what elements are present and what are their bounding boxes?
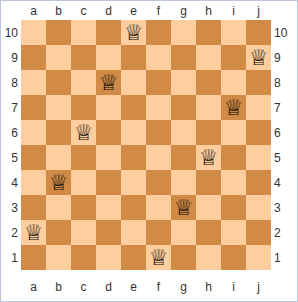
square-b2[interactable] xyxy=(46,220,71,245)
square-e2[interactable] xyxy=(121,220,146,245)
coord-label-bottom-j: j xyxy=(246,281,271,293)
square-e3[interactable] xyxy=(121,195,146,220)
square-d10[interactable] xyxy=(96,20,121,45)
coord-label-bottom-d: d xyxy=(96,281,121,293)
coord-label-top-b: b xyxy=(46,5,71,17)
coord-label-bottom-c: c xyxy=(71,281,96,293)
square-c5[interactable] xyxy=(71,145,96,170)
coord-label-bottom-e: e xyxy=(121,281,146,293)
square-f6[interactable] xyxy=(146,120,171,145)
coord-label-top-i: i xyxy=(221,5,246,17)
square-i3[interactable] xyxy=(221,195,246,220)
coord-label-left-2: 2 xyxy=(1,227,18,239)
square-d1[interactable] xyxy=(96,245,121,270)
square-g6[interactable] xyxy=(171,120,196,145)
coord-label-left-9: 9 xyxy=(1,52,18,64)
square-g2[interactable] xyxy=(171,220,196,245)
square-a10[interactable] xyxy=(21,20,46,45)
coord-label-left-3: 3 xyxy=(1,202,18,214)
square-h3[interactable] xyxy=(196,195,221,220)
square-b4[interactable]: ♕ xyxy=(46,170,71,195)
square-c10[interactable] xyxy=(71,20,96,45)
square-a5[interactable] xyxy=(21,145,46,170)
square-a8[interactable] xyxy=(21,70,46,95)
square-h1[interactable] xyxy=(196,245,221,270)
coord-label-bottom-f: f xyxy=(146,281,171,293)
square-g10[interactable] xyxy=(171,20,196,45)
white-queen[interactable]: ♕ xyxy=(74,120,94,145)
square-a4[interactable] xyxy=(21,170,46,195)
square-g5[interactable] xyxy=(171,145,196,170)
square-b7[interactable] xyxy=(46,95,71,120)
square-a7[interactable] xyxy=(21,95,46,120)
square-c1[interactable] xyxy=(71,245,96,270)
square-i5[interactable] xyxy=(221,145,246,170)
square-h4[interactable] xyxy=(196,170,221,195)
square-c8[interactable] xyxy=(71,70,96,95)
square-i9[interactable] xyxy=(221,45,246,70)
square-e7[interactable] xyxy=(121,95,146,120)
coord-label-right-8: 8 xyxy=(274,77,296,89)
coord-label-right-4: 4 xyxy=(274,177,296,189)
white-queen[interactable]: ♕ xyxy=(149,245,169,270)
square-g1[interactable] xyxy=(171,245,196,270)
coord-label-left-4: 4 xyxy=(1,177,18,189)
coord-label-top-d: d xyxy=(96,5,121,17)
square-j5[interactable] xyxy=(246,145,271,170)
square-i10[interactable] xyxy=(221,20,246,45)
square-e4[interactable] xyxy=(121,170,146,195)
square-f3[interactable] xyxy=(146,195,171,220)
coord-label-right-5: 5 xyxy=(274,152,296,164)
square-d6[interactable] xyxy=(96,120,121,145)
square-a6[interactable] xyxy=(21,120,46,145)
white-queen[interactable]: ♕ xyxy=(224,95,244,120)
square-g7[interactable] xyxy=(171,95,196,120)
coord-label-right-1: 1 xyxy=(274,252,296,264)
square-h7[interactable] xyxy=(196,95,221,120)
square-a3[interactable] xyxy=(21,195,46,220)
square-j10[interactable] xyxy=(246,20,271,45)
square-c9[interactable] xyxy=(71,45,96,70)
coord-label-top-a: a xyxy=(21,5,46,17)
square-e1[interactable] xyxy=(121,245,146,270)
square-a9[interactable] xyxy=(21,45,46,70)
square-g3[interactable]: ♕ xyxy=(171,195,196,220)
square-b6[interactable] xyxy=(46,120,71,145)
coord-label-top-e: e xyxy=(121,5,146,17)
coord-label-top-f: f xyxy=(146,5,171,17)
coord-label-left-8: 8 xyxy=(1,77,18,89)
square-d9[interactable] xyxy=(96,45,121,70)
square-h5[interactable]: ♕ xyxy=(196,145,221,170)
square-i4[interactable] xyxy=(221,170,246,195)
square-c4[interactable] xyxy=(71,170,96,195)
coord-label-left-6: 6 xyxy=(1,127,18,139)
white-queen[interactable]: ♕ xyxy=(199,145,219,170)
square-d3[interactable] xyxy=(96,195,121,220)
coord-label-bottom-g: g xyxy=(171,281,196,293)
square-j8[interactable] xyxy=(246,70,271,95)
square-b5[interactable] xyxy=(46,145,71,170)
square-g9[interactable] xyxy=(171,45,196,70)
square-d7[interactable] xyxy=(96,95,121,120)
coord-label-left-5: 5 xyxy=(1,152,18,164)
coord-label-right-9: 9 xyxy=(274,52,296,64)
square-b8[interactable] xyxy=(46,70,71,95)
square-d4[interactable] xyxy=(96,170,121,195)
square-b1[interactable] xyxy=(46,245,71,270)
square-h9[interactable] xyxy=(196,45,221,70)
square-d5[interactable] xyxy=(96,145,121,170)
chess-board-panel: ♕♕♕♕♕♕♕♕♕♕ aabbccddeeffgghhiijj101099887… xyxy=(0,0,298,302)
coord-label-bottom-i: i xyxy=(221,281,246,293)
white-queen[interactable]: ♕ xyxy=(174,195,194,220)
square-f2[interactable] xyxy=(146,220,171,245)
white-queen[interactable]: ♕ xyxy=(124,20,144,45)
square-b9[interactable] xyxy=(46,45,71,70)
coord-label-left-10: 10 xyxy=(1,27,18,39)
square-a2[interactable]: ♕ xyxy=(21,220,46,245)
square-j2[interactable] xyxy=(246,220,271,245)
square-j9[interactable]: ♕ xyxy=(246,45,271,70)
square-f1[interactable]: ♕ xyxy=(146,245,171,270)
white-queen[interactable]: ♕ xyxy=(99,70,119,95)
square-b10[interactable] xyxy=(46,20,71,45)
square-c6[interactable]: ♕ xyxy=(71,120,96,145)
coord-label-top-h: h xyxy=(196,5,221,17)
square-c7[interactable] xyxy=(71,95,96,120)
square-f10[interactable] xyxy=(146,20,171,45)
coord-label-right-2: 2 xyxy=(274,227,296,239)
square-c2[interactable] xyxy=(71,220,96,245)
square-e8[interactable] xyxy=(121,70,146,95)
square-j6[interactable] xyxy=(246,120,271,145)
white-queen[interactable]: ♕ xyxy=(249,45,269,70)
square-i2[interactable] xyxy=(221,220,246,245)
square-e5[interactable] xyxy=(121,145,146,170)
square-f4[interactable] xyxy=(146,170,171,195)
board-grid: ♕♕♕♕♕♕♕♕♕♕ xyxy=(21,20,271,270)
coord-label-bottom-a: a xyxy=(21,281,46,293)
square-i6[interactable] xyxy=(221,120,246,145)
square-i8[interactable] xyxy=(221,70,246,95)
white-queen[interactable]: ♕ xyxy=(24,220,44,245)
square-e9[interactable] xyxy=(121,45,146,70)
coord-label-right-6: 6 xyxy=(274,127,296,139)
square-j3[interactable] xyxy=(246,195,271,220)
square-h10[interactable] xyxy=(196,20,221,45)
square-j4[interactable] xyxy=(246,170,271,195)
coord-label-right-7: 7 xyxy=(274,102,296,114)
coord-label-left-1: 1 xyxy=(1,252,18,264)
square-g4[interactable] xyxy=(171,170,196,195)
white-queen[interactable]: ♕ xyxy=(49,170,69,195)
coord-label-top-g: g xyxy=(171,5,196,17)
square-e6[interactable] xyxy=(121,120,146,145)
square-a1[interactable] xyxy=(21,245,46,270)
coord-label-right-3: 3 xyxy=(274,202,296,214)
square-j1[interactable] xyxy=(246,245,271,270)
square-i7[interactable]: ♕ xyxy=(221,95,246,120)
square-h8[interactable] xyxy=(196,70,221,95)
square-e10[interactable]: ♕ xyxy=(121,20,146,45)
coord-label-right-10: 10 xyxy=(274,27,296,39)
square-f5[interactable] xyxy=(146,145,171,170)
square-b3[interactable] xyxy=(46,195,71,220)
square-j7[interactable] xyxy=(246,95,271,120)
square-h2[interactable] xyxy=(196,220,221,245)
square-c3[interactable] xyxy=(71,195,96,220)
coord-label-top-c: c xyxy=(71,5,96,17)
square-d8[interactable]: ♕ xyxy=(96,70,121,95)
square-f9[interactable] xyxy=(146,45,171,70)
square-f8[interactable] xyxy=(146,70,171,95)
square-h6[interactable] xyxy=(196,120,221,145)
square-i1[interactable] xyxy=(221,245,246,270)
coord-label-top-j: j xyxy=(246,5,271,17)
coord-label-bottom-b: b xyxy=(46,281,71,293)
square-g8[interactable] xyxy=(171,70,196,95)
coord-label-left-7: 7 xyxy=(1,102,18,114)
square-d2[interactable] xyxy=(96,220,121,245)
square-f7[interactable] xyxy=(146,95,171,120)
coord-label-bottom-h: h xyxy=(196,281,221,293)
